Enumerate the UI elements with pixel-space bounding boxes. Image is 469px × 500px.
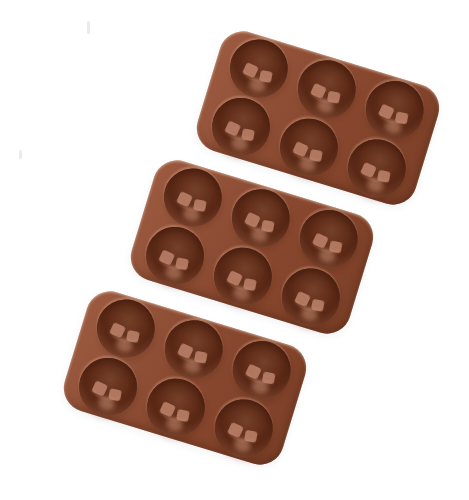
mold-cavity-top-r1c1 [223,32,295,104]
mold-cavity-top-r2c1 [205,91,277,163]
photo-background [0,0,469,500]
mold-cavity-middle-r1c3 [292,203,364,275]
mold-cavity-middle-r2c1 [139,220,211,292]
mold-cavity-bottom-r1c3 [225,334,297,406]
mold-cavity-bottom-r2c3 [208,392,280,464]
mold-cavity-middle-r2c3 [275,261,347,333]
mold-cavity-middle-r2c2 [207,240,279,312]
photo-artifact-1 [87,21,90,34]
mold-cavity-bottom-r1c1 [90,292,162,364]
mold-cavity-bottom-r2c1 [72,351,144,423]
mold-cavity-bottom-r2c2 [140,371,212,443]
mold-cavity-top-r2c3 [341,132,413,204]
mold-cavity-bottom-r1c2 [158,313,230,385]
mold-cavity-top-r1c3 [358,74,430,146]
mold-cavity-top-r1c2 [291,53,363,125]
photo-artifact-2 [19,150,22,159]
mold-cavity-middle-r1c2 [225,182,297,254]
mold-cavity-middle-r1c1 [157,161,229,233]
mold-cavity-top-r2c2 [273,111,345,183]
